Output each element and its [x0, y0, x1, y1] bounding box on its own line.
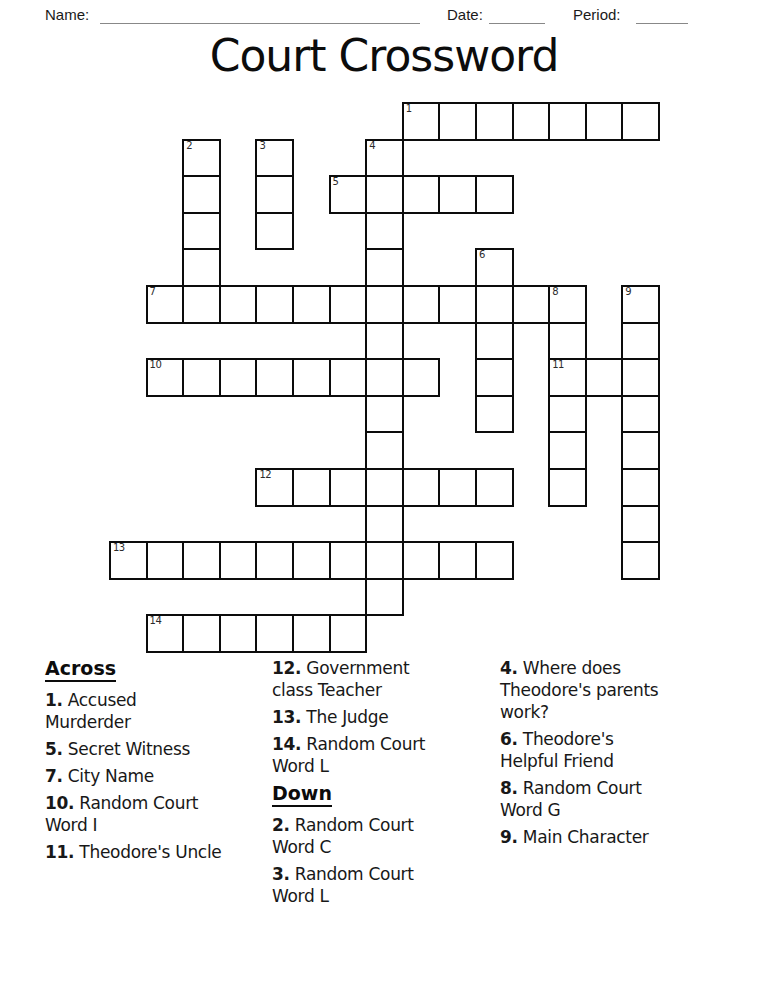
clue-12: 12. Governmentclass Teacher — [272, 657, 494, 701]
grid-cell[interactable] — [438, 102, 477, 141]
grid-cell[interactable] — [402, 358, 441, 397]
grid-cell[interactable] — [621, 541, 660, 580]
clue-13: 13. The Judge — [272, 706, 494, 728]
grid-cell[interactable] — [292, 468, 331, 507]
grid-cell[interactable]: 5 — [329, 175, 368, 214]
grid-cell[interactable] — [255, 358, 294, 397]
grid-cell[interactable] — [365, 505, 404, 544]
grid-cell[interactable]: 8 — [548, 285, 587, 324]
clue-5: 5. Secret Witness — [45, 738, 267, 760]
clue-number: 1 — [406, 103, 412, 115]
date-label: Date: — [447, 6, 483, 23]
grid-cell[interactable] — [621, 395, 660, 434]
clue-number: 12 — [259, 469, 271, 481]
grid-cell[interactable] — [292, 614, 331, 653]
grid-cell[interactable]: 9 — [621, 285, 660, 324]
grid-cell[interactable] — [438, 468, 477, 507]
clue-number: 14 — [150, 615, 162, 627]
grid-cell[interactable] — [292, 541, 331, 580]
grid-cell[interactable] — [402, 175, 441, 214]
grid-cell[interactable] — [438, 285, 477, 324]
grid-cell[interactable]: 6 — [475, 248, 514, 287]
grid-cell[interactable]: 14 — [146, 614, 185, 653]
grid-cell[interactable]: 3 — [255, 139, 294, 178]
grid-cell[interactable] — [621, 358, 660, 397]
grid-cell[interactable] — [219, 358, 258, 397]
grid-cell[interactable]: 1 — [402, 102, 441, 141]
clue-column: 12. Governmentclass Teacher13. The Judge… — [272, 657, 494, 912]
clue-14: 14. Random CourtWord L — [272, 733, 494, 777]
grid-cell[interactable] — [585, 358, 624, 397]
grid-cell[interactable]: 12 — [255, 468, 294, 507]
grid-cell[interactable] — [329, 614, 368, 653]
grid-cell[interactable] — [475, 102, 514, 141]
grid-cell[interactable] — [182, 285, 221, 324]
grid-cell[interactable] — [365, 541, 404, 580]
across-header: Across — [45, 657, 267, 682]
grid-cell[interactable] — [548, 431, 587, 470]
clue-10: 10. Random CourtWord I — [45, 792, 267, 836]
grid-cell[interactable] — [182, 614, 221, 653]
down-header: Down — [272, 782, 494, 807]
clue-1: 1. AccusedMurderder — [45, 689, 267, 733]
clue-4: 4. Where doesTheodore's parentswork? — [500, 657, 722, 723]
clue-number: 2 — [186, 140, 192, 152]
clue-number: 7 — [150, 286, 156, 298]
clue-number: 4 — [369, 140, 375, 152]
grid-cell[interactable] — [182, 175, 221, 214]
clue-number: 11 — [552, 359, 564, 371]
grid-cell[interactable] — [438, 175, 477, 214]
grid-cell[interactable] — [365, 248, 404, 287]
grid-cell[interactable] — [182, 358, 221, 397]
grid-cell[interactable] — [329, 358, 368, 397]
grid-cell[interactable] — [365, 358, 404, 397]
grid-cell[interactable] — [292, 358, 331, 397]
grid-cell[interactable] — [621, 505, 660, 544]
clue-9: 9. Main Character — [500, 826, 722, 848]
period-label: Period: — [573, 6, 621, 23]
grid-cell[interactable] — [365, 212, 404, 251]
clue-11: 11. Theodore's Uncle — [45, 841, 267, 863]
grid-cell[interactable] — [255, 541, 294, 580]
grid-cell[interactable] — [548, 322, 587, 361]
grid-cell[interactable] — [365, 322, 404, 361]
period-field[interactable] — [636, 10, 688, 24]
grid-cell[interactable] — [438, 541, 477, 580]
grid-cell[interactable] — [255, 614, 294, 653]
clue-number: 8 — [552, 286, 558, 298]
clue-2: 2. Random CourtWord C — [272, 814, 494, 858]
clue-6: 6. Theodore'sHelpful Friend — [500, 728, 722, 772]
grid-cell[interactable]: 11 — [548, 358, 587, 397]
grid-cell[interactable] — [475, 175, 514, 214]
grid-cell[interactable] — [255, 212, 294, 251]
grid-cell[interactable] — [621, 102, 660, 141]
grid-cell[interactable] — [512, 102, 551, 141]
clue-number: 10 — [150, 359, 162, 371]
date-field[interactable] — [489, 10, 545, 24]
grid-cell[interactable] — [292, 285, 331, 324]
grid-cell[interactable] — [548, 468, 587, 507]
grid-cell[interactable] — [365, 431, 404, 470]
grid-cell[interactable] — [548, 395, 587, 434]
grid-cell[interactable] — [219, 285, 258, 324]
grid-cell[interactable] — [402, 468, 441, 507]
clue-number: 6 — [479, 249, 485, 261]
grid-cell[interactable] — [365, 175, 404, 214]
grid-cell[interactable] — [146, 541, 185, 580]
grid-cell[interactable] — [365, 468, 404, 507]
clue-column: 4. Where doesTheodore's parentswork?6. T… — [500, 657, 722, 853]
clue-column: Across1. AccusedMurderder5. Secret Witne… — [45, 657, 267, 868]
grid-cell[interactable] — [585, 102, 624, 141]
grid-cell[interactable] — [512, 285, 551, 324]
grid-cell[interactable]: 13 — [109, 541, 148, 580]
clue-3: 3. Random CourtWord L — [272, 863, 494, 907]
grid-cell[interactable] — [329, 468, 368, 507]
page-title: Court Crossword — [0, 31, 768, 81]
grid-cell[interactable]: 7 — [146, 285, 185, 324]
grid-cell[interactable] — [182, 541, 221, 580]
grid-cell[interactable] — [182, 212, 221, 251]
clue-number: 13 — [113, 542, 125, 554]
clue-number: 9 — [625, 286, 631, 298]
grid-cell[interactable] — [329, 541, 368, 580]
grid-cell[interactable] — [219, 614, 258, 653]
grid-cell[interactable] — [219, 541, 258, 580]
crossword-grid: 1234567891011121314 — [110, 103, 659, 652]
grid-cell[interactable] — [255, 175, 294, 214]
clue-number: 3 — [259, 140, 265, 152]
grid-cell[interactable] — [621, 431, 660, 470]
name-label: Name: — [45, 6, 89, 23]
grid-cell[interactable] — [402, 541, 441, 580]
clue-number: 5 — [333, 176, 339, 188]
grid-cell[interactable] — [475, 395, 514, 434]
grid-cell[interactable] — [475, 322, 514, 361]
grid-cell[interactable] — [475, 541, 514, 580]
grid-cell[interactable] — [621, 468, 660, 507]
worksheet-page: { "worksheet": { "name_label": "Name:", … — [0, 0, 768, 994]
name-field[interactable] — [100, 10, 420, 24]
grid-cell[interactable] — [548, 102, 587, 141]
grid-cell[interactable] — [182, 248, 221, 287]
grid-cell[interactable] — [475, 358, 514, 397]
grid-cell[interactable]: 2 — [182, 139, 221, 178]
grid-cell[interactable] — [329, 285, 368, 324]
grid-cell[interactable] — [365, 395, 404, 434]
grid-cell[interactable] — [475, 468, 514, 507]
grid-cell[interactable] — [621, 322, 660, 361]
grid-cell[interactable] — [255, 285, 294, 324]
grid-cell[interactable] — [475, 285, 514, 324]
grid-cell[interactable] — [365, 578, 404, 617]
clue-7: 7. City Name — [45, 765, 267, 787]
grid-cell[interactable]: 4 — [365, 139, 404, 178]
grid-cell[interactable] — [365, 285, 404, 324]
clue-8: 8. Random CourtWord G — [500, 777, 722, 821]
grid-cell[interactable]: 10 — [146, 358, 185, 397]
grid-cell[interactable] — [402, 285, 441, 324]
